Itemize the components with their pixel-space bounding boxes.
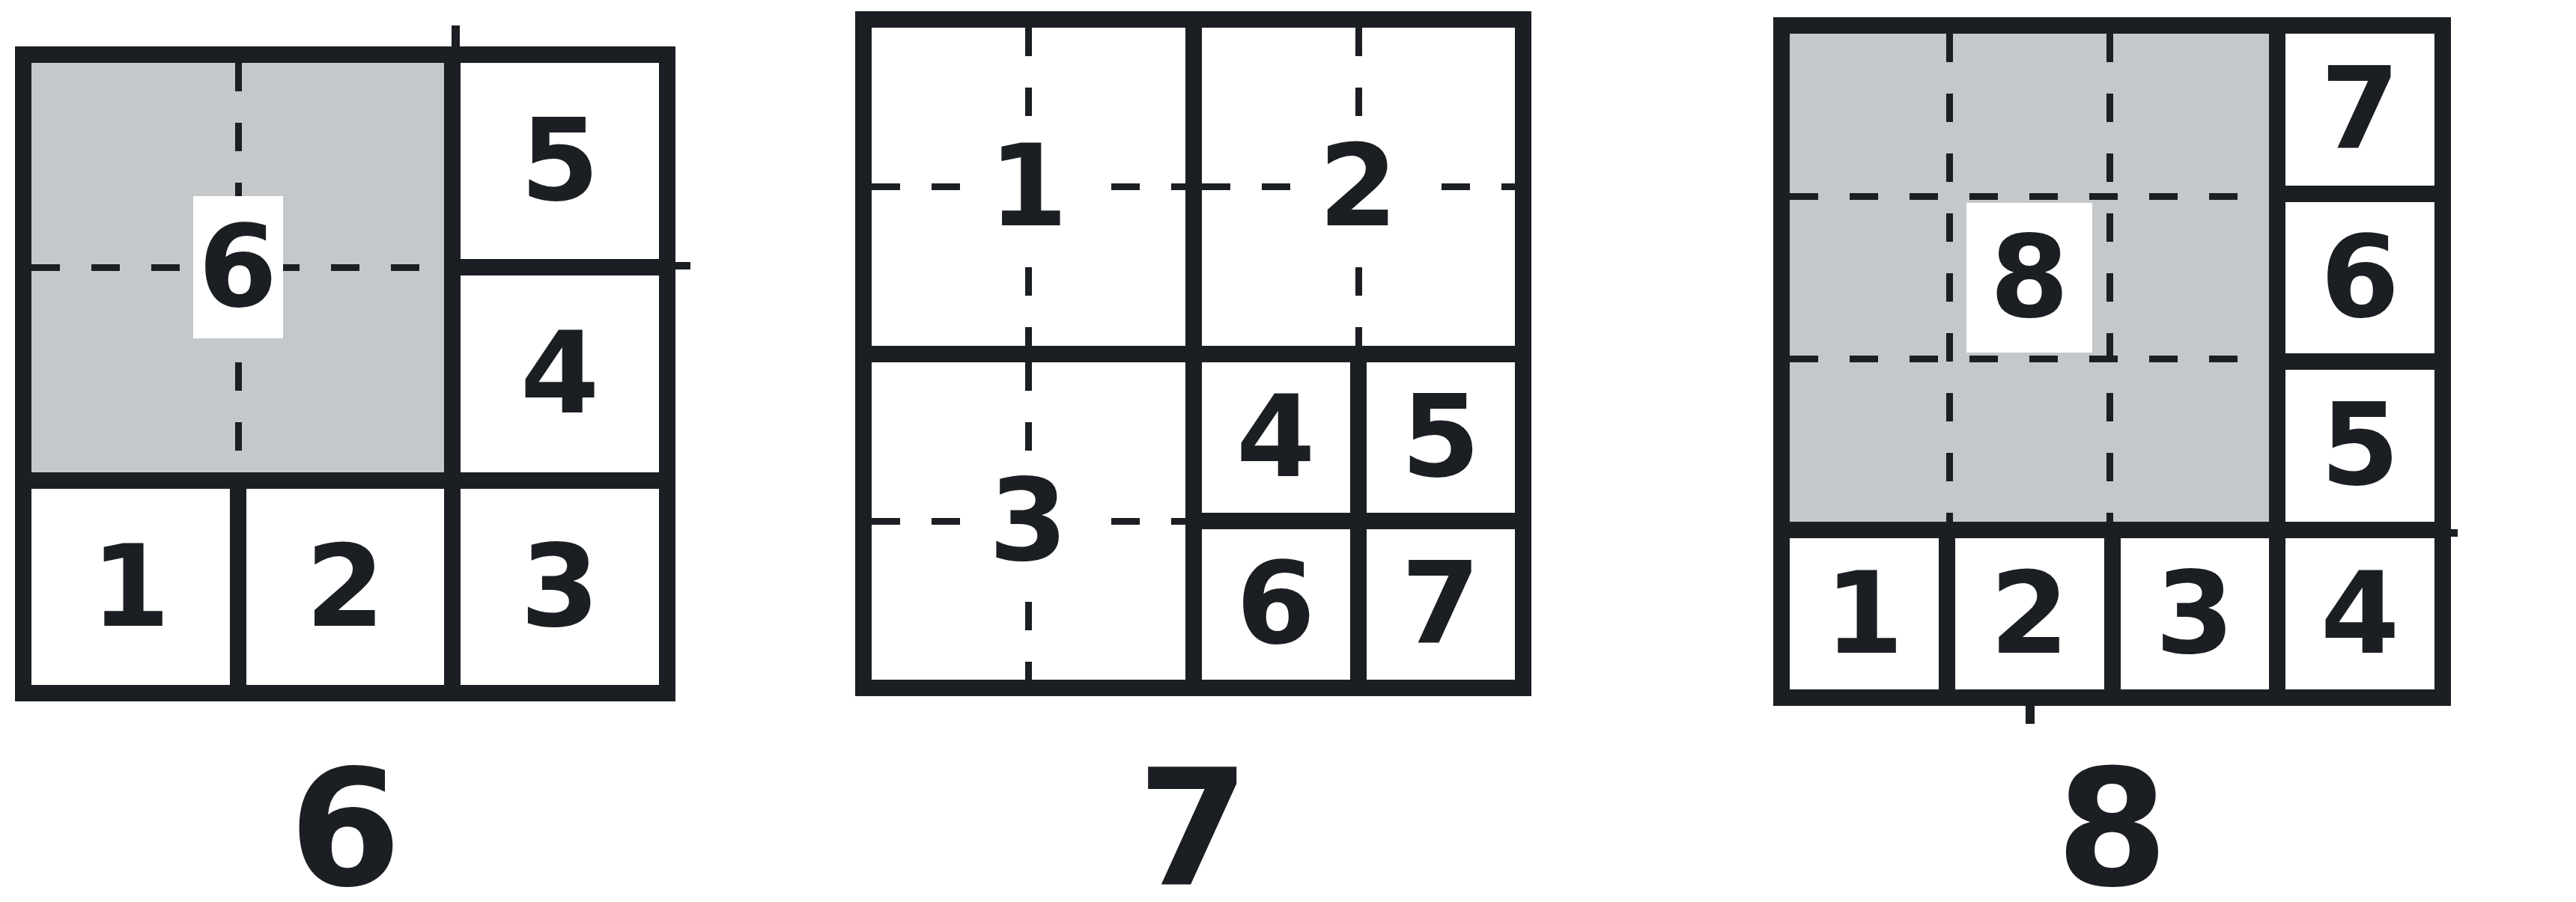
cell-2: 2 [1194,19,1524,354]
figure-seven-squares: 1 2 3 4 5 6 7 [855,11,1531,696]
cell-6-number: 6 [198,210,278,324]
cell-4-number: 4 [2321,557,2400,671]
cell-3-number: 3 [976,461,1080,581]
unit-dash-vertical [2106,34,2113,522]
cell-2-number: 2 [1307,127,1410,246]
unit-dash-vertical [1946,34,1953,522]
cell-2: 2 [238,481,453,693]
figure-caption: 6 [15,749,675,902]
cell-6: 6 [23,55,452,481]
cell-6: 6 [1194,521,1358,688]
cell-6-label-plate: 6 [193,196,283,338]
cell-1-number: 1 [976,127,1080,246]
cell-3-number: 3 [520,530,600,644]
overshoot-tick [662,262,690,269]
cell-1-number: 1 [1824,557,1904,671]
cell-2-number: 2 [306,530,385,644]
cell-8-label-plate: 8 [1966,203,2092,353]
cell-4: 4 [2277,530,2443,698]
cell-5-number: 5 [2321,388,2400,502]
cell-6-number: 6 [1236,547,1316,661]
cell-2: 2 [1947,530,2112,698]
board-7: 1 2 3 4 5 6 7 [855,11,1531,696]
cell-4: 4 [452,267,667,480]
cell-7: 7 [1358,521,1523,688]
dissection-diagrams: 6 5 4 1 2 3 6 [0,0,2576,902]
cell-1: 1 [23,481,238,693]
cell-5-number: 5 [1401,380,1480,494]
cell-3: 3 [2112,530,2278,698]
overshoot-tick [2026,701,2035,724]
cell-6-number: 6 [2321,221,2400,335]
cell-3: 3 [863,354,1194,689]
cell-4-number: 4 [1236,380,1316,494]
cell-4: 4 [1194,354,1358,521]
unit-dash-horizontal [1790,356,2269,362]
overshoot-tick [2431,529,2458,537]
figure-six-squares: 6 5 4 1 2 3 6 [15,46,675,701]
board-6: 6 5 4 1 2 3 [15,46,675,701]
cell-3-number: 3 [2155,557,2235,671]
cell-1: 1 [863,19,1194,354]
cell-8: 8 [1781,25,2277,530]
overshoot-tick [452,25,460,48]
board-8: 8 7 6 5 1 2 3 4 [1773,17,2451,706]
cell-1-number: 1 [91,530,170,644]
cell-4-number: 4 [520,317,600,430]
cell-7-number: 7 [2321,52,2400,166]
cell-6: 6 [2277,194,2443,362]
figure-eight-squares: 8 7 6 5 1 2 3 4 [1773,17,2451,706]
cell-2-number: 2 [1990,557,2069,671]
cell-5: 5 [452,55,667,267]
cell-5: 5 [2277,362,2443,530]
cell-7-number: 7 [1401,547,1480,661]
figure-caption: 8 [1773,749,2451,902]
figure-caption: 7 [855,749,1531,902]
cell-3: 3 [452,481,667,693]
cell-1: 1 [1781,530,1947,698]
unit-dash-horizontal [1790,193,2269,200]
cell-5-number: 5 [520,104,600,218]
cell-5: 5 [1358,354,1523,521]
cell-8-number: 8 [1990,221,2069,335]
cell-7: 7 [2277,25,2443,194]
